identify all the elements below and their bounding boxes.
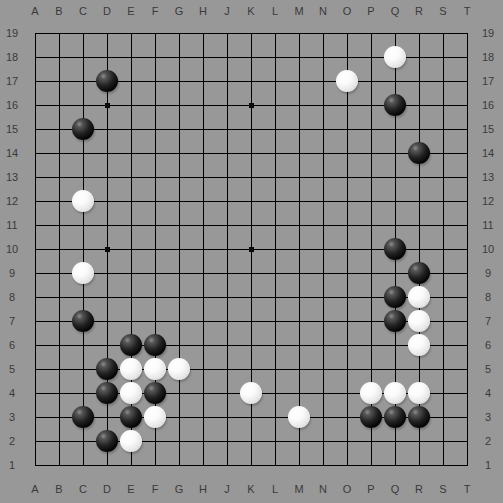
column-label: O xyxy=(335,2,359,20)
white-stone[interactable] xyxy=(72,262,94,284)
go-board-screen: ABCDEFGHJKLMNOPQRST ABCDEFGHJKLMNOPQRST … xyxy=(0,0,503,503)
column-label: H xyxy=(191,480,215,498)
row-label: 10 xyxy=(476,237,500,261)
row-label: 18 xyxy=(476,45,500,69)
column-labels-top: ABCDEFGHJKLMNOPQRST xyxy=(23,2,479,20)
black-stone[interactable] xyxy=(96,430,118,452)
white-stone[interactable] xyxy=(336,70,358,92)
row-label: 11 xyxy=(0,213,24,237)
column-label: B xyxy=(47,480,71,498)
black-stone[interactable] xyxy=(408,262,430,284)
white-stone[interactable] xyxy=(120,430,142,452)
black-stone[interactable] xyxy=(120,334,142,356)
black-stone[interactable] xyxy=(408,406,430,428)
white-stone[interactable] xyxy=(408,334,430,356)
row-label: 12 xyxy=(0,189,24,213)
column-label: B xyxy=(47,2,71,20)
column-label: C xyxy=(71,2,95,20)
row-label: 1 xyxy=(476,453,500,477)
column-label: G xyxy=(167,2,191,20)
column-label: T xyxy=(455,480,479,498)
column-label: A xyxy=(23,480,47,498)
black-stone[interactable] xyxy=(384,94,406,116)
black-stone[interactable] xyxy=(96,358,118,380)
white-stone[interactable] xyxy=(408,382,430,404)
column-label: P xyxy=(359,480,383,498)
row-label: 11 xyxy=(476,213,500,237)
white-stone[interactable] xyxy=(120,382,142,404)
column-label: K xyxy=(239,2,263,20)
column-label: Q xyxy=(383,480,407,498)
goban[interactable] xyxy=(23,21,479,477)
row-label: 18 xyxy=(0,45,24,69)
white-stone[interactable] xyxy=(72,190,94,212)
white-stone[interactable] xyxy=(288,406,310,428)
black-stone[interactable] xyxy=(72,118,94,140)
column-label: G xyxy=(167,480,191,498)
star-point xyxy=(105,103,110,108)
row-label: 4 xyxy=(476,381,500,405)
black-stone[interactable] xyxy=(360,406,382,428)
column-label: F xyxy=(143,480,167,498)
row-label: 1 xyxy=(0,453,24,477)
white-stone[interactable] xyxy=(408,286,430,308)
white-stone[interactable] xyxy=(360,382,382,404)
row-label: 19 xyxy=(476,21,500,45)
white-stone[interactable] xyxy=(408,310,430,332)
row-label: 14 xyxy=(0,141,24,165)
column-label: D xyxy=(95,480,119,498)
row-label: 3 xyxy=(0,405,24,429)
row-label: 19 xyxy=(0,21,24,45)
black-stone[interactable] xyxy=(144,382,166,404)
column-label: Q xyxy=(383,2,407,20)
column-label: R xyxy=(407,2,431,20)
column-label: S xyxy=(431,2,455,20)
black-stone[interactable] xyxy=(384,310,406,332)
column-label: C xyxy=(71,480,95,498)
row-label: 2 xyxy=(476,429,500,453)
black-stone[interactable] xyxy=(120,406,142,428)
black-stone[interactable] xyxy=(72,406,94,428)
star-point xyxy=(249,247,254,252)
black-stone[interactable] xyxy=(384,238,406,260)
column-label: H xyxy=(191,2,215,20)
column-label: F xyxy=(143,2,167,20)
column-labels-bottom: ABCDEFGHJKLMNOPQRST xyxy=(23,480,479,498)
row-label: 6 xyxy=(476,333,500,357)
row-label: 13 xyxy=(0,165,24,189)
column-label: J xyxy=(215,480,239,498)
white-stone[interactable] xyxy=(120,358,142,380)
column-label: E xyxy=(119,480,143,498)
row-label: 15 xyxy=(476,117,500,141)
column-label: L xyxy=(263,2,287,20)
row-label: 16 xyxy=(0,93,24,117)
column-label: M xyxy=(287,480,311,498)
row-label: 15 xyxy=(0,117,24,141)
row-label: 9 xyxy=(0,261,24,285)
column-label: R xyxy=(407,480,431,498)
column-label: M xyxy=(287,2,311,20)
row-label: 5 xyxy=(0,357,24,381)
column-label: J xyxy=(215,2,239,20)
black-stone[interactable] xyxy=(384,286,406,308)
row-label: 7 xyxy=(476,309,500,333)
row-label: 13 xyxy=(476,165,500,189)
row-label: 17 xyxy=(0,69,24,93)
column-label: A xyxy=(23,2,47,20)
row-label: 8 xyxy=(476,285,500,309)
star-point xyxy=(249,103,254,108)
black-stone[interactable] xyxy=(96,382,118,404)
white-stone[interactable] xyxy=(144,406,166,428)
column-label: N xyxy=(311,480,335,498)
row-label: 6 xyxy=(0,333,24,357)
row-label: 3 xyxy=(476,405,500,429)
column-label: L xyxy=(263,480,287,498)
black-stone[interactable] xyxy=(96,70,118,92)
column-label: D xyxy=(95,2,119,20)
black-stone[interactable] xyxy=(144,334,166,356)
row-label: 12 xyxy=(476,189,500,213)
row-label: 4 xyxy=(0,381,24,405)
row-labels-left: 19181716151413121110987654321 xyxy=(0,21,24,477)
column-label: O xyxy=(335,480,359,498)
black-stone[interactable] xyxy=(408,142,430,164)
column-label: S xyxy=(431,480,455,498)
star-point xyxy=(105,247,110,252)
column-label: P xyxy=(359,2,383,20)
row-label: 2 xyxy=(0,429,24,453)
white-stone[interactable] xyxy=(144,358,166,380)
row-label: 14 xyxy=(476,141,500,165)
column-label: K xyxy=(239,480,263,498)
row-label: 7 xyxy=(0,309,24,333)
column-label: E xyxy=(119,2,143,20)
row-label: 8 xyxy=(0,285,24,309)
white-stone[interactable] xyxy=(384,382,406,404)
row-label: 5 xyxy=(476,357,500,381)
white-stone[interactable] xyxy=(384,46,406,68)
row-label: 17 xyxy=(476,69,500,93)
white-stone[interactable] xyxy=(168,358,190,380)
column-label: T xyxy=(455,2,479,20)
black-stone[interactable] xyxy=(384,406,406,428)
row-label: 9 xyxy=(476,261,500,285)
white-stone[interactable] xyxy=(240,382,262,404)
row-label: 16 xyxy=(476,93,500,117)
column-label: N xyxy=(311,2,335,20)
black-stone[interactable] xyxy=(72,310,94,332)
row-label: 10 xyxy=(0,237,24,261)
row-labels-right: 19181716151413121110987654321 xyxy=(476,21,500,477)
